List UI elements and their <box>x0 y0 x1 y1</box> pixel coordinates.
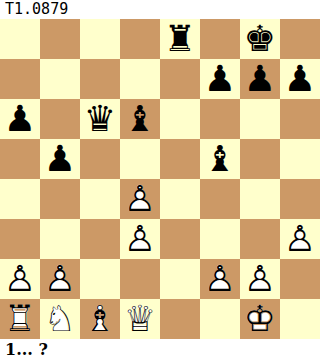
square-f5[interactable]: ♝ <box>200 139 240 179</box>
white-knight: ♘ <box>40 299 80 339</box>
square-h1[interactable] <box>280 299 320 339</box>
white-pawn: ♙ <box>200 259 240 299</box>
white-pawn-fill: ♟ <box>0 259 40 299</box>
black-pawn: ♟ <box>200 59 240 99</box>
square-c6[interactable]: ♛ <box>80 99 120 139</box>
square-a2[interactable]: ♟♙ <box>0 259 40 299</box>
white-pawn-fill: ♟ <box>120 219 160 259</box>
square-h6[interactable] <box>280 99 320 139</box>
white-knight-fill: ♞ <box>40 299 80 339</box>
square-d7[interactable] <box>120 59 160 99</box>
black-pawn: ♟ <box>240 59 280 99</box>
square-a5[interactable] <box>0 139 40 179</box>
square-a4[interactable] <box>0 179 40 219</box>
square-b5[interactable]: ♟ <box>40 139 80 179</box>
black-queen: ♛ <box>80 99 120 139</box>
square-a1[interactable]: ♜♖ <box>0 299 40 339</box>
square-e6[interactable] <box>160 99 200 139</box>
square-f2[interactable]: ♟♙ <box>200 259 240 299</box>
square-b4[interactable] <box>40 179 80 219</box>
white-rook: ♖ <box>0 299 40 339</box>
white-pawn-fill: ♟ <box>280 219 320 259</box>
square-f1[interactable] <box>200 299 240 339</box>
square-d8[interactable] <box>120 19 160 59</box>
square-a6[interactable]: ♟ <box>0 99 40 139</box>
white-pawn-fill: ♟ <box>240 259 280 299</box>
square-h3[interactable]: ♟♙ <box>280 219 320 259</box>
square-d4[interactable]: ♟♙ <box>120 179 160 219</box>
square-g7[interactable]: ♟ <box>240 59 280 99</box>
square-g5[interactable] <box>240 139 280 179</box>
square-b7[interactable] <box>40 59 80 99</box>
square-c5[interactable] <box>80 139 120 179</box>
square-c8[interactable] <box>80 19 120 59</box>
square-e7[interactable] <box>160 59 200 99</box>
square-g3[interactable] <box>240 219 280 259</box>
black-king: ♚ <box>240 19 280 59</box>
square-f8[interactable] <box>200 19 240 59</box>
square-d2[interactable] <box>120 259 160 299</box>
white-bishop-fill: ♝ <box>80 299 120 339</box>
square-h5[interactable] <box>280 139 320 179</box>
square-c7[interactable] <box>80 59 120 99</box>
black-bishop: ♝ <box>200 139 240 179</box>
white-king: ♔ <box>240 299 280 339</box>
square-b8[interactable] <box>40 19 80 59</box>
square-g8[interactable]: ♚ <box>240 19 280 59</box>
square-d5[interactable] <box>120 139 160 179</box>
square-g1[interactable]: ♚♔ <box>240 299 280 339</box>
black-pawn: ♟ <box>0 99 40 139</box>
square-b2[interactable]: ♟♙ <box>40 259 80 299</box>
square-e8[interactable]: ♜ <box>160 19 200 59</box>
white-queen-fill: ♛ <box>120 299 160 339</box>
square-c4[interactable] <box>80 179 120 219</box>
white-queen: ♕ <box>120 299 160 339</box>
square-c2[interactable] <box>80 259 120 299</box>
square-a8[interactable] <box>0 19 40 59</box>
square-h2[interactable] <box>280 259 320 299</box>
square-g4[interactable] <box>240 179 280 219</box>
square-c1[interactable]: ♝♗ <box>80 299 120 339</box>
square-h4[interactable] <box>280 179 320 219</box>
square-e5[interactable] <box>160 139 200 179</box>
puzzle-id: T1.0879 <box>0 0 320 19</box>
black-pawn: ♟ <box>280 59 320 99</box>
square-f4[interactable] <box>200 179 240 219</box>
black-rook: ♜ <box>160 19 200 59</box>
square-d3[interactable]: ♟♙ <box>120 219 160 259</box>
black-bishop: ♝ <box>120 99 160 139</box>
white-pawn-fill: ♟ <box>200 259 240 299</box>
white-rook-fill: ♜ <box>0 299 40 339</box>
white-bishop: ♗ <box>80 299 120 339</box>
square-a3[interactable] <box>0 219 40 259</box>
move-prompt: 1... ? <box>0 339 320 360</box>
square-b6[interactable] <box>40 99 80 139</box>
square-f3[interactable] <box>200 219 240 259</box>
square-g2[interactable]: ♟♙ <box>240 259 280 299</box>
white-pawn: ♙ <box>240 259 280 299</box>
square-f6[interactable] <box>200 99 240 139</box>
white-pawn: ♙ <box>120 179 160 219</box>
square-b3[interactable] <box>40 219 80 259</box>
black-pawn: ♟ <box>40 139 80 179</box>
square-h8[interactable] <box>280 19 320 59</box>
square-h7[interactable]: ♟ <box>280 59 320 99</box>
square-g6[interactable] <box>240 99 280 139</box>
white-pawn: ♙ <box>0 259 40 299</box>
square-c3[interactable] <box>80 219 120 259</box>
white-pawn: ♙ <box>40 259 80 299</box>
square-d1[interactable]: ♛♕ <box>120 299 160 339</box>
chess-board: ♜♚♟♟♟♟♛♝♟♝♟♙♟♙♟♙♟♙♟♙♟♙♟♙♜♖♞♘♝♗♛♕♚♔ <box>0 19 320 339</box>
white-king-fill: ♚ <box>240 299 280 339</box>
square-e4[interactable] <box>160 179 200 219</box>
square-a7[interactable] <box>0 59 40 99</box>
chess-puzzle-page: T1.0879 ♜♚♟♟♟♟♛♝♟♝♟♙♟♙♟♙♟♙♟♙♟♙♟♙♜♖♞♘♝♗♛♕… <box>0 0 320 360</box>
white-pawn: ♙ <box>280 219 320 259</box>
white-pawn: ♙ <box>120 219 160 259</box>
square-e2[interactable] <box>160 259 200 299</box>
white-pawn-fill: ♟ <box>40 259 80 299</box>
square-d6[interactable]: ♝ <box>120 99 160 139</box>
square-e1[interactable] <box>160 299 200 339</box>
white-pawn-fill: ♟ <box>120 179 160 219</box>
square-b1[interactable]: ♞♘ <box>40 299 80 339</box>
square-e3[interactable] <box>160 219 200 259</box>
square-f7[interactable]: ♟ <box>200 59 240 99</box>
